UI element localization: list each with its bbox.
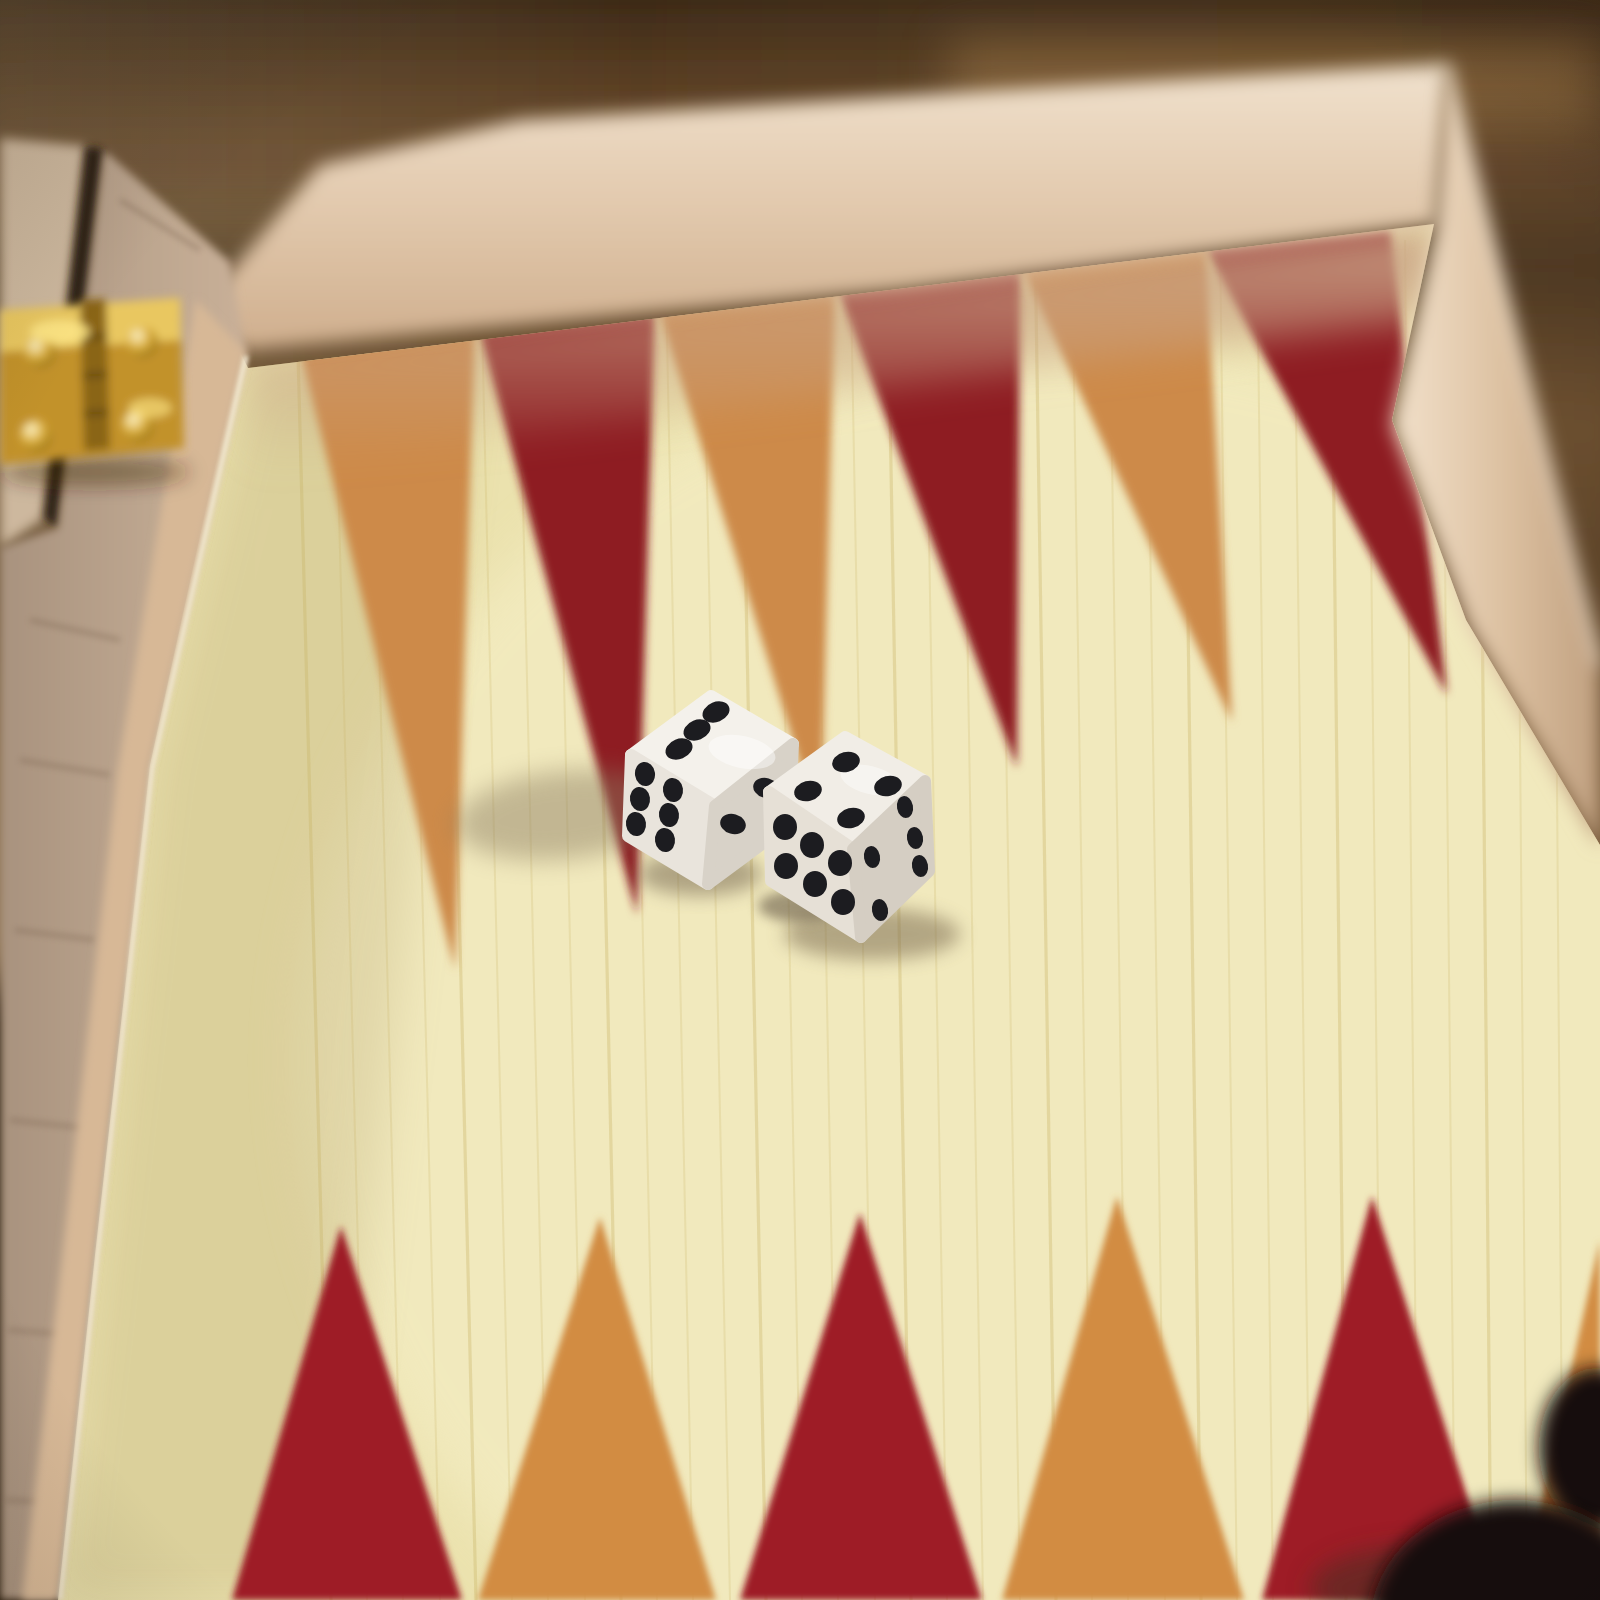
backgammon-photo-scene bbox=[0, 0, 1600, 1600]
vignette bbox=[0, 0, 1600, 1600]
scene-canvas bbox=[0, 0, 1600, 1600]
